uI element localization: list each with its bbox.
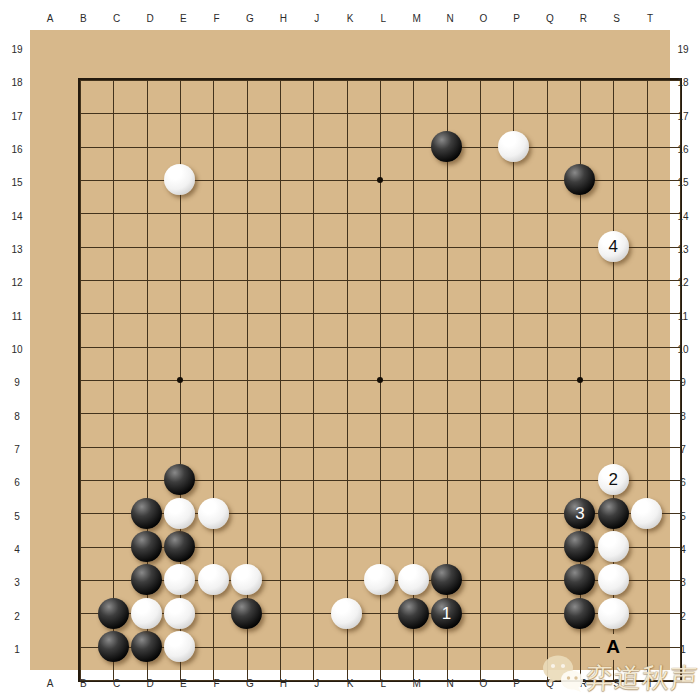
stone-black-d5 (164, 531, 195, 562)
coord-label-left: 8 (5, 411, 29, 423)
coord-label-left: 18 (5, 77, 29, 89)
stone-white-l4 (398, 564, 429, 595)
coord-label-right: 19 (671, 44, 695, 56)
coord-label-top: N (438, 13, 462, 25)
coord-label-bottom: F (205, 678, 229, 690)
coord-label-bottom: G (238, 678, 262, 690)
coord-label-bottom: N (438, 678, 462, 690)
wechat-icon (542, 653, 584, 693)
stone-black-c5 (131, 531, 162, 562)
stone-black-q5 (564, 531, 595, 562)
stone-black-q4 (564, 564, 595, 595)
coord-label-right: 16 (671, 144, 695, 156)
coord-label-right: 3 (671, 577, 695, 589)
stone-white-d4 (164, 564, 195, 595)
move-number: 3 (575, 504, 584, 521)
coord-label-right: 12 (671, 277, 695, 289)
coord-label-right: 17 (671, 111, 695, 123)
coord-label-left: 1 (5, 644, 29, 656)
go-diagram: 1342A 弈道秋声 AABBCCDDEEFFGGHHJJKKLLMMNNOOP… (0, 0, 700, 700)
stone-white-j3 (331, 598, 362, 629)
coord-label-right: 6 (671, 477, 695, 489)
watermark: 弈道秋声 (542, 653, 698, 693)
coord-label-right: 2 (671, 611, 695, 623)
coord-label-bottom: L (371, 678, 395, 690)
coord-label-top: J (305, 13, 329, 25)
go-board: 1342A (30, 30, 670, 670)
coord-label-bottom: M (405, 678, 429, 690)
stone-white-e4 (198, 564, 229, 595)
stone-white-r14: 4 (598, 231, 629, 262)
stone-black-m17 (431, 131, 462, 162)
star-point (377, 377, 383, 383)
stone-white-d2 (164, 631, 195, 662)
coord-label-right: 14 (671, 211, 695, 223)
stone-black-q16 (564, 164, 595, 195)
coord-label-left: 14 (5, 211, 29, 223)
star-point (177, 377, 183, 383)
coord-label-bottom: P (505, 678, 529, 690)
coord-label-right: 10 (671, 344, 695, 356)
coord-label-bottom: A (38, 678, 62, 690)
move-number: 2 (608, 471, 617, 488)
coord-label-left: 3 (5, 577, 29, 589)
coord-label-left: 12 (5, 277, 29, 289)
stone-white-r3 (598, 598, 629, 629)
coord-label-top: T (638, 13, 662, 25)
coord-label-left: 17 (5, 111, 29, 123)
coord-label-left: 16 (5, 144, 29, 156)
coord-label-top: C (105, 13, 129, 25)
stone-white-r5 (598, 531, 629, 562)
coord-label-right: 9 (671, 377, 695, 389)
coord-label-bottom: K (338, 678, 362, 690)
stone-white-o17 (498, 131, 529, 162)
stone-white-d16 (164, 164, 195, 195)
coord-label-left: 6 (5, 477, 29, 489)
coord-label-top: E (171, 13, 195, 25)
coord-label-top: L (371, 13, 395, 25)
coord-label-top: R (571, 13, 595, 25)
stone-white-s6 (631, 498, 662, 529)
coord-label-right: 8 (671, 411, 695, 423)
coord-label-top: P (505, 13, 529, 25)
coord-label-right: 5 (671, 511, 695, 523)
coord-label-top: A (38, 13, 62, 25)
coord-label-bottom: B (71, 678, 95, 690)
coord-label-bottom: D (138, 678, 162, 690)
coord-label-right: 15 (671, 177, 695, 189)
stone-black-m4 (431, 564, 462, 595)
coord-label-left: 11 (5, 311, 29, 323)
coord-label-bottom: C (105, 678, 129, 690)
coord-label-right: 7 (671, 444, 695, 456)
coord-label-left: 10 (5, 344, 29, 356)
coord-label-right: 13 (671, 244, 695, 256)
coord-label-left: 4 (5, 544, 29, 556)
coord-label-top: K (338, 13, 362, 25)
stone-white-f4 (231, 564, 262, 595)
coord-label-right: 18 (671, 77, 695, 89)
stone-white-r7: 2 (598, 464, 629, 495)
star-point (577, 377, 583, 383)
stone-white-e6 (198, 498, 229, 529)
coord-label-top: F (205, 13, 229, 25)
coord-label-top: G (238, 13, 262, 25)
stone-black-q6: 3 (564, 498, 595, 529)
stone-black-r6 (598, 498, 629, 529)
stone-white-k4 (364, 564, 395, 595)
move-number: 1 (442, 604, 451, 621)
stone-black-b3 (98, 598, 129, 629)
stone-black-c4 (131, 564, 162, 595)
coord-label-left: 15 (5, 177, 29, 189)
stone-black-b2 (98, 631, 129, 662)
coord-label-left: 13 (5, 244, 29, 256)
coord-label-bottom: J (305, 678, 329, 690)
star-point (377, 177, 383, 183)
stone-white-r4 (598, 564, 629, 595)
coord-label-bottom: O (471, 678, 495, 690)
coord-label-top: S (605, 13, 629, 25)
stone-white-d3 (164, 598, 195, 629)
coord-label-left: 9 (5, 377, 29, 389)
stone-black-c6 (131, 498, 162, 529)
stone-black-d7 (164, 464, 195, 495)
coord-label-top: D (138, 13, 162, 25)
board-grid: 1342A (63, 63, 696, 696)
coord-label-bottom: E (171, 678, 195, 690)
coord-label-right: 11 (671, 311, 695, 323)
coord-label-top: Q (538, 13, 562, 25)
stone-black-l3 (398, 598, 429, 629)
stone-white-d6 (164, 498, 195, 529)
coord-label-left: 5 (5, 511, 29, 523)
coord-label-top: O (471, 13, 495, 25)
coord-label-left: 2 (5, 611, 29, 623)
coord-label-top: B (71, 13, 95, 25)
stone-black-c2 (131, 631, 162, 662)
coord-label-top: M (405, 13, 429, 25)
coord-label-left: 19 (5, 44, 29, 56)
coord-label-left: 7 (5, 444, 29, 456)
coord-label-bottom: H (271, 678, 295, 690)
stone-black-q3 (564, 598, 595, 629)
watermark-text: 弈道秋声 (585, 663, 699, 693)
stone-black-f3 (231, 598, 262, 629)
stone-black-m3: 1 (431, 598, 462, 629)
stone-white-c3 (131, 598, 162, 629)
move-number: 4 (608, 238, 617, 255)
coord-label-top: H (271, 13, 295, 25)
coord-label-right: 4 (671, 544, 695, 556)
